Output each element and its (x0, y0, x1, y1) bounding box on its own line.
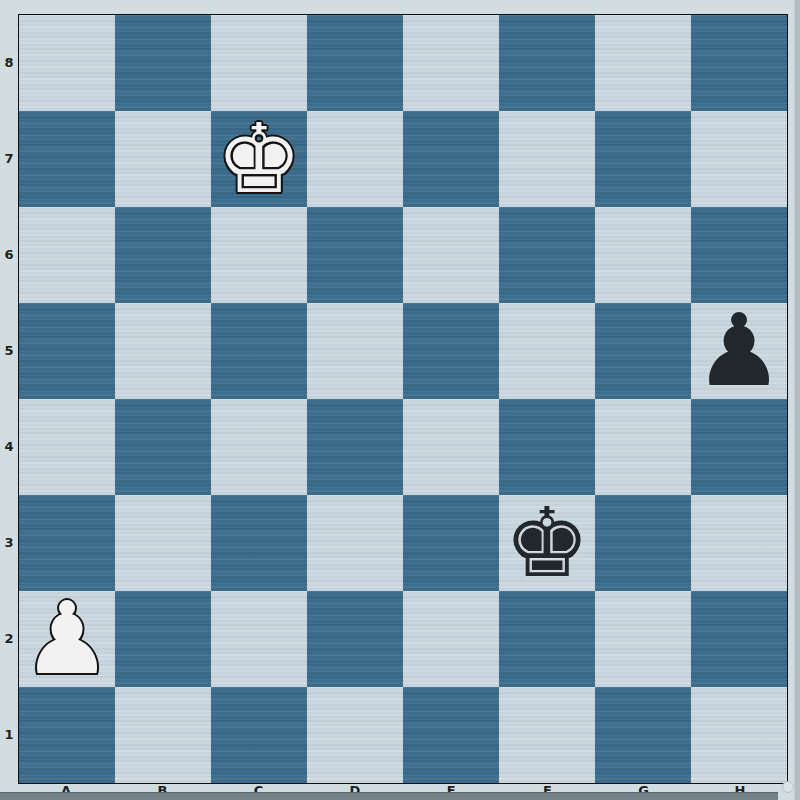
square-c2[interactable] (211, 591, 307, 687)
square-d8[interactable] (307, 15, 403, 111)
square-a6[interactable] (19, 207, 115, 303)
square-f7[interactable] (499, 111, 595, 207)
square-e5[interactable] (403, 303, 499, 399)
square-h4[interactable] (691, 399, 787, 495)
square-g5[interactable] (595, 303, 691, 399)
square-c1[interactable] (211, 687, 307, 783)
square-g6[interactable] (595, 207, 691, 303)
square-h2[interactable] (691, 591, 787, 687)
square-f2[interactable] (499, 591, 595, 687)
square-g2[interactable] (595, 591, 691, 687)
square-f3[interactable]: ♚ (499, 495, 595, 591)
square-f1[interactable] (499, 687, 595, 783)
piece-black-king[interactable]: ♚ (504, 495, 590, 591)
square-b5[interactable] (115, 303, 211, 399)
square-a7[interactable] (19, 111, 115, 207)
square-c6[interactable] (211, 207, 307, 303)
square-b8[interactable] (115, 15, 211, 111)
square-e1[interactable] (403, 687, 499, 783)
square-e2[interactable] (403, 591, 499, 687)
square-e7[interactable] (403, 111, 499, 207)
square-h8[interactable] (691, 15, 787, 111)
square-a3[interactable] (19, 495, 115, 591)
square-a8[interactable] (19, 15, 115, 111)
square-c7[interactable]: ♚ (211, 111, 307, 207)
chess-board: ♚♟♚♟ (18, 14, 788, 784)
rank-label-6: 6 (0, 206, 18, 302)
square-b2[interactable] (115, 591, 211, 687)
square-e3[interactable] (403, 495, 499, 591)
square-f8[interactable] (499, 15, 595, 111)
square-d3[interactable] (307, 495, 403, 591)
square-c8[interactable] (211, 15, 307, 111)
rank-label-3: 3 (0, 494, 18, 590)
rank-label-2: 2 (0, 590, 18, 686)
square-f6[interactable] (499, 207, 595, 303)
right-strip (794, 0, 800, 800)
rank-label-8: 8 (0, 14, 18, 110)
square-f5[interactable] (499, 303, 595, 399)
square-d6[interactable] (307, 207, 403, 303)
square-d4[interactable] (307, 399, 403, 495)
square-b1[interactable] (115, 687, 211, 783)
square-a2[interactable]: ♟ (19, 591, 115, 687)
square-d7[interactable] (307, 111, 403, 207)
square-b4[interactable] (115, 399, 211, 495)
rank-labels: 87654321 (0, 14, 18, 782)
square-b3[interactable] (115, 495, 211, 591)
square-c4[interactable] (211, 399, 307, 495)
square-a1[interactable] (19, 687, 115, 783)
rank-label-4: 4 (0, 398, 18, 494)
rank-label-5: 5 (0, 302, 18, 398)
square-d2[interactable] (307, 591, 403, 687)
square-h6[interactable] (691, 207, 787, 303)
square-c5[interactable] (211, 303, 307, 399)
square-d1[interactable] (307, 687, 403, 783)
square-e8[interactable] (403, 15, 499, 111)
square-b7[interactable] (115, 111, 211, 207)
square-g8[interactable] (595, 15, 691, 111)
square-b6[interactable] (115, 207, 211, 303)
bottom-bar (0, 792, 778, 800)
square-g1[interactable] (595, 687, 691, 783)
square-g3[interactable] (595, 495, 691, 591)
square-a5[interactable] (19, 303, 115, 399)
square-a4[interactable] (19, 399, 115, 495)
square-e4[interactable] (403, 399, 499, 495)
square-h1[interactable] (691, 687, 787, 783)
watermark-dot (782, 781, 794, 793)
square-f4[interactable] (499, 399, 595, 495)
square-c3[interactable] (211, 495, 307, 591)
square-g4[interactable] (595, 399, 691, 495)
square-e6[interactable] (403, 207, 499, 303)
square-d5[interactable] (307, 303, 403, 399)
rank-label-1: 1 (0, 686, 18, 782)
piece-white-pawn[interactable]: ♟ (22, 591, 112, 687)
square-h7[interactable] (691, 111, 787, 207)
square-h5[interactable]: ♟ (691, 303, 787, 399)
square-h3[interactable] (691, 495, 787, 591)
chess-app: 87654321 ♚♟♚♟ ABCDEFGH (0, 0, 800, 800)
square-g7[interactable] (595, 111, 691, 207)
piece-black-pawn[interactable]: ♟ (694, 303, 784, 399)
rank-label-7: 7 (0, 110, 18, 206)
piece-white-king[interactable]: ♚ (216, 111, 302, 207)
